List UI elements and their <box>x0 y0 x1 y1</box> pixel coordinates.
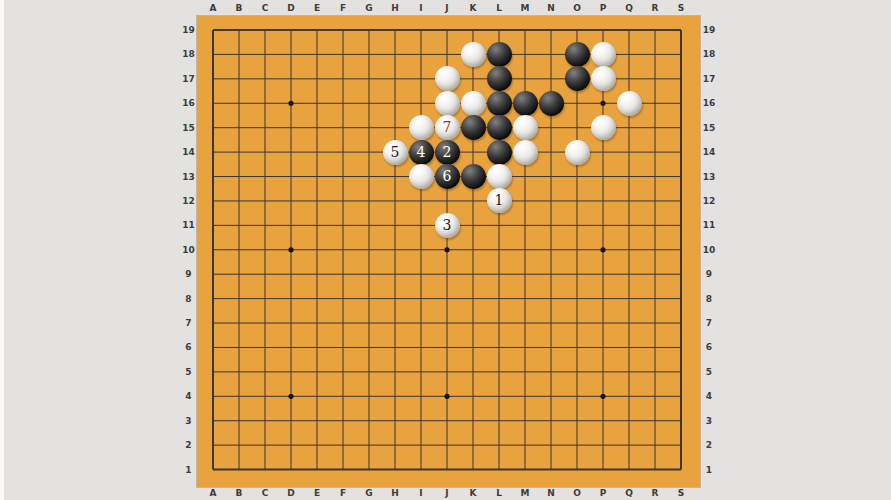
stone-black-K15 <box>461 115 486 140</box>
col-label-bottom-E: E <box>314 488 320 498</box>
row-label-right-16: 16 <box>703 98 716 108</box>
window-edge-highlight <box>0 0 4 500</box>
col-label-bottom-G: G <box>365 488 372 498</box>
stone-black-L18 <box>487 42 512 67</box>
row-label-left-3: 3 <box>185 416 191 426</box>
stone-black-N16 <box>539 91 564 116</box>
row-label-right-15: 15 <box>703 123 716 133</box>
col-label-bottom-O: O <box>573 488 581 498</box>
stone-white-L13 <box>487 164 512 189</box>
row-label-right-8: 8 <box>706 294 712 304</box>
col-label-top-H: H <box>391 3 399 13</box>
row-label-right-6: 6 <box>706 342 712 352</box>
stone-black-O17 <box>565 66 590 91</box>
row-label-left-5: 5 <box>185 367 191 377</box>
row-label-right-18: 18 <box>703 49 716 59</box>
col-label-top-E: E <box>314 3 320 13</box>
row-label-right-4: 4 <box>706 391 712 401</box>
row-label-left-1: 1 <box>185 465 191 475</box>
row-label-left-4: 4 <box>185 391 191 401</box>
row-label-right-10: 10 <box>703 245 716 255</box>
row-label-left-19: 19 <box>182 25 195 35</box>
stone-white-Q16 <box>617 91 642 116</box>
row-label-right-5: 5 <box>706 367 712 377</box>
col-label-top-M: M <box>521 3 530 13</box>
col-label-bottom-R: R <box>652 488 659 498</box>
stone-black-K13 <box>461 164 486 189</box>
row-label-left-11: 11 <box>182 220 195 230</box>
col-label-top-C: C <box>262 3 269 13</box>
row-label-right-9: 9 <box>706 269 712 279</box>
stone-white-K18 <box>461 42 486 67</box>
stone-black-L15 <box>487 115 512 140</box>
row-label-right-14: 14 <box>703 147 716 157</box>
stone-white-J15-move-7: 7 <box>435 115 460 140</box>
row-label-left-13: 13 <box>182 172 195 182</box>
stone-white-L12-move-1: 1 <box>487 188 512 213</box>
stone-white-I15 <box>409 115 434 140</box>
col-label-top-O: O <box>573 3 581 13</box>
col-label-top-J: J <box>445 3 448 13</box>
col-label-bottom-Q: Q <box>625 488 633 498</box>
col-label-bottom-H: H <box>391 488 399 498</box>
stone-white-J11-move-3: 3 <box>435 213 460 238</box>
row-label-left-12: 12 <box>182 196 195 206</box>
stone-black-I14-move-4: 4 <box>409 140 434 165</box>
row-label-left-6: 6 <box>185 342 191 352</box>
row-label-right-2: 2 <box>706 440 712 450</box>
row-label-left-2: 2 <box>185 440 191 450</box>
col-label-top-P: P <box>600 3 607 13</box>
row-label-right-17: 17 <box>703 74 716 84</box>
row-label-left-10: 10 <box>182 245 195 255</box>
col-label-bottom-L: L <box>496 488 502 498</box>
stone-white-P17 <box>591 66 616 91</box>
col-label-top-R: R <box>652 3 659 13</box>
row-label-right-7: 7 <box>706 318 712 328</box>
col-label-top-A: A <box>210 3 217 13</box>
col-label-top-G: G <box>365 3 372 13</box>
row-label-left-17: 17 <box>182 74 195 84</box>
stone-black-L14 <box>487 140 512 165</box>
stone-black-L16 <box>487 91 512 116</box>
row-label-right-13: 13 <box>703 172 716 182</box>
col-label-top-L: L <box>496 3 502 13</box>
stone-white-M15 <box>513 115 538 140</box>
col-label-top-I: I <box>419 3 422 13</box>
col-label-top-K: K <box>470 3 477 13</box>
stone-white-J16 <box>435 91 460 116</box>
col-label-top-D: D <box>287 3 294 13</box>
stone-black-O18 <box>565 42 590 67</box>
row-label-left-16: 16 <box>182 98 195 108</box>
col-label-bottom-N: N <box>547 488 555 498</box>
col-label-top-N: N <box>547 3 555 13</box>
stone-white-O14 <box>565 140 590 165</box>
stone-white-P18 <box>591 42 616 67</box>
col-label-bottom-C: C <box>262 488 269 498</box>
row-label-left-14: 14 <box>182 147 195 157</box>
col-label-top-Q: Q <box>625 3 633 13</box>
row-label-left-9: 9 <box>185 269 191 279</box>
col-label-bottom-B: B <box>236 488 243 498</box>
row-label-right-11: 11 <box>703 220 716 230</box>
stone-white-P15 <box>591 115 616 140</box>
stone-black-J13-move-6: 6 <box>435 164 460 189</box>
row-label-left-8: 8 <box>185 294 191 304</box>
stone-white-H14-move-5: 5 <box>383 140 408 165</box>
stone-white-J17 <box>435 66 460 91</box>
row-label-right-12: 12 <box>703 196 716 206</box>
stone-black-M16 <box>513 91 538 116</box>
col-label-bottom-M: M <box>521 488 530 498</box>
stone-white-K16 <box>461 91 486 116</box>
stone-white-I13 <box>409 164 434 189</box>
stone-black-L17 <box>487 66 512 91</box>
row-label-left-15: 15 <box>182 123 195 133</box>
row-label-left-18: 18 <box>182 49 195 59</box>
col-label-bottom-D: D <box>287 488 294 498</box>
stone-black-J14-move-2: 2 <box>435 140 460 165</box>
col-label-top-F: F <box>340 3 346 13</box>
col-label-top-S: S <box>678 3 684 13</box>
row-label-left-7: 7 <box>185 318 191 328</box>
col-label-bottom-P: P <box>600 488 607 498</box>
row-label-right-3: 3 <box>706 416 712 426</box>
col-label-bottom-S: S <box>678 488 684 498</box>
row-label-right-1: 1 <box>706 465 712 475</box>
go-diagram-window: ABCDEFGHIJKLMNOPQRS ABCDEFGHIJKLMNOPQRS … <box>0 0 891 500</box>
col-label-bottom-J: J <box>445 488 448 498</box>
col-label-bottom-F: F <box>340 488 346 498</box>
col-label-top-B: B <box>236 3 243 13</box>
row-label-right-19: 19 <box>703 25 716 35</box>
col-label-bottom-I: I <box>419 488 422 498</box>
col-label-bottom-A: A <box>210 488 217 498</box>
col-label-bottom-K: K <box>470 488 477 498</box>
stone-white-M14 <box>513 140 538 165</box>
